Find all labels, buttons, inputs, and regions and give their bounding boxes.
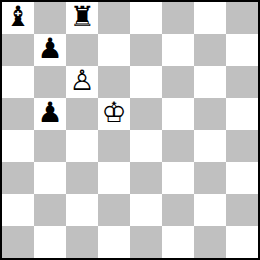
- square-a2[interactable]: [2, 194, 34, 226]
- square-f7[interactable]: [162, 34, 194, 66]
- square-f8[interactable]: [162, 2, 194, 34]
- square-b1[interactable]: [34, 226, 66, 258]
- square-c7[interactable]: [66, 34, 98, 66]
- square-b7[interactable]: ♟: [34, 34, 66, 66]
- white-king[interactable]: ♔: [101, 98, 126, 129]
- square-c4[interactable]: [66, 130, 98, 162]
- black-pawn[interactable]: ♟: [37, 34, 62, 65]
- square-e1[interactable]: [130, 226, 162, 258]
- square-a6[interactable]: [2, 66, 34, 98]
- square-b4[interactable]: [34, 130, 66, 162]
- square-d1[interactable]: [98, 226, 130, 258]
- square-f3[interactable]: [162, 162, 194, 194]
- square-c2[interactable]: [66, 194, 98, 226]
- square-g5[interactable]: [194, 98, 226, 130]
- square-e4[interactable]: [130, 130, 162, 162]
- square-g4[interactable]: [194, 130, 226, 162]
- square-e3[interactable]: [130, 162, 162, 194]
- square-e8[interactable]: [130, 2, 162, 34]
- square-g8[interactable]: [194, 2, 226, 34]
- square-b3[interactable]: [34, 162, 66, 194]
- square-f6[interactable]: [162, 66, 194, 98]
- square-d8[interactable]: [98, 2, 130, 34]
- square-f1[interactable]: [162, 226, 194, 258]
- square-b8[interactable]: [34, 2, 66, 34]
- square-h6[interactable]: [226, 66, 258, 98]
- square-d2[interactable]: [98, 194, 130, 226]
- square-h1[interactable]: [226, 226, 258, 258]
- square-a3[interactable]: [2, 162, 34, 194]
- square-h8[interactable]: [226, 2, 258, 34]
- chess-board: ♝♜♟♙♟♔: [0, 0, 260, 260]
- square-d3[interactable]: [98, 162, 130, 194]
- square-d6[interactable]: [98, 66, 130, 98]
- square-e7[interactable]: [130, 34, 162, 66]
- square-a4[interactable]: [2, 130, 34, 162]
- square-e5[interactable]: [130, 98, 162, 130]
- square-b5[interactable]: ♟: [34, 98, 66, 130]
- square-h3[interactable]: [226, 162, 258, 194]
- square-a8[interactable]: ♝: [2, 2, 34, 34]
- square-f2[interactable]: [162, 194, 194, 226]
- square-a5[interactable]: [2, 98, 34, 130]
- square-g1[interactable]: [194, 226, 226, 258]
- square-h2[interactable]: [226, 194, 258, 226]
- square-g2[interactable]: [194, 194, 226, 226]
- square-g3[interactable]: [194, 162, 226, 194]
- square-a7[interactable]: [2, 34, 34, 66]
- square-g6[interactable]: [194, 66, 226, 98]
- square-d7[interactable]: [98, 34, 130, 66]
- black-rook[interactable]: ♜: [69, 2, 94, 33]
- square-g7[interactable]: [194, 34, 226, 66]
- square-c3[interactable]: [66, 162, 98, 194]
- square-a1[interactable]: [2, 226, 34, 258]
- square-c6[interactable]: ♙: [66, 66, 98, 98]
- square-b6[interactable]: [34, 66, 66, 98]
- black-bishop[interactable]: ♝: [5, 2, 30, 33]
- white-pawn[interactable]: ♙: [69, 66, 94, 97]
- square-c8[interactable]: ♜: [66, 2, 98, 34]
- square-e2[interactable]: [130, 194, 162, 226]
- square-d4[interactable]: [98, 130, 130, 162]
- square-h4[interactable]: [226, 130, 258, 162]
- square-e6[interactable]: [130, 66, 162, 98]
- square-d5[interactable]: ♔: [98, 98, 130, 130]
- square-h5[interactable]: [226, 98, 258, 130]
- square-h7[interactable]: [226, 34, 258, 66]
- square-c1[interactable]: [66, 226, 98, 258]
- square-b2[interactable]: [34, 194, 66, 226]
- square-f4[interactable]: [162, 130, 194, 162]
- black-pawn[interactable]: ♟: [37, 98, 62, 129]
- square-f5[interactable]: [162, 98, 194, 130]
- square-c5[interactable]: [66, 98, 98, 130]
